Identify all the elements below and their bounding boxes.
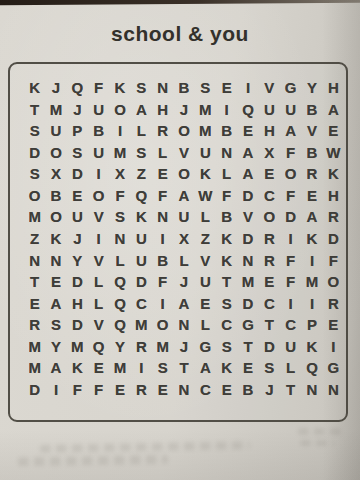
grid-cell-r3c13[interactable]: A	[280, 120, 301, 142]
grid-cell-r11c12[interactable]: C	[259, 292, 280, 314]
grid-cell-r3c3[interactable]: P	[67, 120, 88, 142]
grid-cell-r2c7[interactable]: H	[152, 99, 173, 121]
grid-cell-r11c3[interactable]: H	[67, 292, 88, 314]
grid-cell-r6c8[interactable]: A	[173, 185, 194, 207]
paper-bleed-through	[18, 455, 168, 467]
grid-cell-r5c4[interactable]: I	[88, 163, 109, 185]
grid-cell-r4c7[interactable]: L	[152, 142, 173, 164]
grid-cell-r12c6[interactable]: M	[131, 314, 152, 336]
grid-cell-r2c6[interactable]: A	[131, 99, 152, 121]
grid-cell-r12c9[interactable]: L	[195, 314, 216, 336]
page-title: school & you	[0, 22, 360, 46]
grid-cell-r9c13[interactable]: F	[280, 249, 301, 271]
grid-cell-r14c14[interactable]: Q	[301, 357, 322, 379]
paper-bleed-through	[298, 428, 344, 435]
paper-bleed-through	[300, 440, 334, 446]
grid-cell-r4c12[interactable]: X	[259, 142, 280, 164]
grid-cell-r1c7[interactable]: N	[152, 77, 173, 99]
grid-cell-r12c10[interactable]: C	[216, 314, 237, 336]
grid-cell-r8c15[interactable]: D	[323, 228, 344, 250]
grid-cell-r6c9[interactable]: W	[195, 185, 216, 207]
grid-cell-r9c2[interactable]: N	[45, 249, 66, 271]
grid-cell-r6c5[interactable]: F	[109, 185, 130, 207]
grid-cell-r14c12[interactable]: S	[259, 357, 280, 379]
grid-cell-r5c12[interactable]: E	[259, 163, 280, 185]
grid-cell-r7c2[interactable]: O	[45, 206, 66, 228]
grid-cell-r3c6[interactable]: L	[131, 120, 152, 142]
grid-cell-r4c1[interactable]: D	[24, 142, 45, 164]
grid-cell-r11c4[interactable]: L	[88, 292, 109, 314]
grid-cell-r6c10[interactable]: F	[216, 185, 237, 207]
grid-cell-r6c11[interactable]: D	[237, 185, 258, 207]
grid-cell-r10c1[interactable]: T	[24, 271, 45, 293]
grid-cell-r5c3[interactable]: D	[67, 163, 88, 185]
grid-cell-r13c15[interactable]: I	[323, 335, 344, 357]
grid-cell-r10c9[interactable]: U	[195, 271, 216, 293]
grid-cell-r6c12[interactable]: C	[259, 185, 280, 207]
grid-cell-r13c9[interactable]: G	[195, 335, 216, 357]
grid-cell-r5c8[interactable]: O	[173, 163, 194, 185]
grid-cell-r10c13[interactable]: F	[280, 271, 301, 293]
grid-cell-r14c15[interactable]: G	[323, 357, 344, 379]
grid-cell-r2c5[interactable]: O	[109, 99, 130, 121]
grid-cell-r15c10[interactable]: E	[216, 378, 237, 400]
grid-cell-r12c15[interactable]: E	[323, 314, 344, 336]
grid-cell-r4c3[interactable]: S	[67, 142, 88, 164]
grid-cell-r8c8[interactable]: X	[173, 228, 194, 250]
grid-cell-r8c5[interactable]: N	[109, 228, 130, 250]
grid-cell-r9c11[interactable]: N	[237, 249, 258, 271]
grid-cell-r6c6[interactable]: Q	[131, 185, 152, 207]
grid-cell-r13c11[interactable]: T	[237, 335, 258, 357]
grid-cell-r2c9[interactable]: M	[195, 99, 216, 121]
grid-cell-r7c5[interactable]: S	[109, 206, 130, 228]
grid-cell-r11c10[interactable]: S	[216, 292, 237, 314]
photo-of-puzzle-page: school & you KJQFKSNBSEIVGYHTMJUOAHJMIQU…	[0, 0, 360, 480]
grid-cell-r7c15[interactable]: R	[323, 206, 344, 228]
grid-cell-r1c11[interactable]: I	[237, 77, 258, 99]
grid-cell-r11c2[interactable]: A	[45, 292, 66, 314]
grid-cell-r1c9[interactable]: S	[195, 77, 216, 99]
grid-cell-r2c12[interactable]: U	[259, 99, 280, 121]
word-search-grid: KJQFKSNBSEIVGYHTMJUOAHJMIQUUBASUPBILROMB…	[10, 64, 346, 420]
grid-cell-r1c6[interactable]: S	[131, 77, 152, 99]
grid-cell-r3c8[interactable]: O	[173, 120, 194, 142]
grid-cell-r5c2[interactable]: X	[45, 163, 66, 185]
grid-cell-r8c4[interactable]: I	[88, 228, 109, 250]
grid-cell-r12c8[interactable]: N	[173, 314, 194, 336]
grid-cell-r7c7[interactable]: N	[152, 206, 173, 228]
grid-cell-r3c4[interactable]: B	[88, 120, 109, 142]
grid-cell-r11c8[interactable]: A	[173, 292, 194, 314]
grid-cell-r13c1[interactable]: M	[24, 335, 45, 357]
grid-cell-r2c10[interactable]: I	[216, 99, 237, 121]
grid-cell-r10c2[interactable]: E	[45, 271, 66, 293]
grid-cell-r13c6[interactable]: R	[131, 335, 152, 357]
grid-cell-r9c14[interactable]: I	[301, 249, 322, 271]
grid-cell-r2c1[interactable]: T	[24, 99, 45, 121]
grid-cell-r7c1[interactable]: M	[24, 206, 45, 228]
grid-cell-r2c11[interactable]: Q	[237, 99, 258, 121]
grid-cell-r1c13[interactable]: G	[280, 77, 301, 99]
grid-cell-r1c3[interactable]: Q	[67, 77, 88, 99]
grid-cell-r6c14[interactable]: E	[301, 185, 322, 207]
grid-cell-r5c6[interactable]: Z	[131, 163, 152, 185]
grid-cell-r14c1[interactable]: M	[24, 357, 45, 379]
grid-cell-r13c3[interactable]: M	[67, 335, 88, 357]
grid-cell-r7c3[interactable]: U	[67, 206, 88, 228]
grid-cell-r3c7[interactable]: R	[152, 120, 173, 142]
grid-cell-r15c8[interactable]: N	[173, 378, 194, 400]
grid-cell-r5c13[interactable]: O	[280, 163, 301, 185]
grid-cell-r6c15[interactable]: H	[323, 185, 344, 207]
grid-cell-r13c7[interactable]: M	[152, 335, 173, 357]
grid-cell-r1c15[interactable]: H	[323, 77, 344, 99]
grid-cell-r13c12[interactable]: D	[259, 335, 280, 357]
grid-cell-r3c9[interactable]: M	[195, 120, 216, 142]
grid-cell-r11c5[interactable]: Q	[109, 292, 130, 314]
grid-cell-r8c6[interactable]: U	[131, 228, 152, 250]
grid-cell-r2c4[interactable]: U	[88, 99, 109, 121]
grid-cell-r10c12[interactable]: E	[259, 271, 280, 293]
paper-bleed-through	[40, 441, 250, 453]
grid-cell-r10c5[interactable]: Q	[109, 271, 130, 293]
grid-cell-r11c11[interactable]: D	[237, 292, 258, 314]
grid-cell-r11c1[interactable]: E	[24, 292, 45, 314]
grid-cell-r13c5[interactable]: Y	[109, 335, 130, 357]
grid-cell-r10c4[interactable]: L	[88, 271, 109, 293]
grid-cell-r14c7[interactable]: S	[152, 357, 173, 379]
grid-cell-r3c12[interactable]: H	[259, 120, 280, 142]
grid-cell-r15c7[interactable]: E	[152, 378, 173, 400]
grid-cell-r2c14[interactable]: B	[301, 99, 322, 121]
grid-cell-r6c2[interactable]: B	[45, 185, 66, 207]
grid-cell-r3c1[interactable]: S	[24, 120, 45, 142]
grid-cell-r4c8[interactable]: V	[173, 142, 194, 164]
grid-cell-r6c4[interactable]: O	[88, 185, 109, 207]
grid-cell-r7c12[interactable]: O	[259, 206, 280, 228]
grid-cell-r2c3[interactable]: J	[67, 99, 88, 121]
grid-cell-r4c2[interactable]: O	[45, 142, 66, 164]
grid-cell-r15c6[interactable]: R	[131, 378, 152, 400]
grid-cell-r6c1[interactable]: O	[24, 185, 45, 207]
grid-cell-r4c5[interactable]: M	[109, 142, 130, 164]
grid-cell-r6c7[interactable]: F	[152, 185, 173, 207]
grid-cell-r5c11[interactable]: A	[237, 163, 258, 185]
grid-cell-r7c13[interactable]: D	[280, 206, 301, 228]
grid-cell-r4c14[interactable]: B	[301, 142, 322, 164]
grid-cell-r5c10[interactable]: L	[216, 163, 237, 185]
grid-cell-r9c3[interactable]: Y	[67, 249, 88, 271]
grid-cell-r14c8[interactable]: T	[173, 357, 194, 379]
grid-cell-r13c2[interactable]: Y	[45, 335, 66, 357]
grid-cell-r14c11[interactable]: E	[237, 357, 258, 379]
grid-cell-r14c9[interactable]: A	[195, 357, 216, 379]
grid-cell-r10c6[interactable]: D	[131, 271, 152, 293]
grid-cell-r1c4[interactable]: F	[88, 77, 109, 99]
grid-cell-r12c5[interactable]: Q	[109, 314, 130, 336]
grid-cell-r9c6[interactable]: U	[131, 249, 152, 271]
grid-cell-r10c11[interactable]: M	[237, 271, 258, 293]
grid-cell-r15c15[interactable]: N	[323, 378, 344, 400]
grid-cell-r1c12[interactable]: V	[259, 77, 280, 99]
grid-cell-r5c1[interactable]: S	[24, 163, 45, 185]
grid-cell-r2c15[interactable]: A	[323, 99, 344, 121]
grid-cell-r15c2[interactable]: I	[45, 378, 66, 400]
grid-cell-r14c4[interactable]: E	[88, 357, 109, 379]
grid-cell-r15c13[interactable]: T	[280, 378, 301, 400]
grid-cell-r9c7[interactable]: B	[152, 249, 173, 271]
grid-cell-r7c14[interactable]: A	[301, 206, 322, 228]
grid-cell-r8c14[interactable]: K	[301, 228, 322, 250]
grid-cell-r3c10[interactable]: B	[216, 120, 237, 142]
grid-cell-r11c6[interactable]: C	[131, 292, 152, 314]
grid-cell-r6c3[interactable]: E	[67, 185, 88, 207]
grid-cell-r5c15[interactable]: K	[323, 163, 344, 185]
grid-cell-r14c2[interactable]: A	[45, 357, 66, 379]
grid-cell-r14c10[interactable]: K	[216, 357, 237, 379]
grid-cell-r1c2[interactable]: J	[45, 77, 66, 99]
grid-cell-r8c11[interactable]: D	[237, 228, 258, 250]
grid-cell-r1c8[interactable]: B	[173, 77, 194, 99]
grid-cell-r13c10[interactable]: S	[216, 335, 237, 357]
grid-cell-r4c6[interactable]: S	[131, 142, 152, 164]
grid-cell-r9c15[interactable]: F	[323, 249, 344, 271]
grid-cell-r7c4[interactable]: V	[88, 206, 109, 228]
grid-cell-r12c11[interactable]: G	[237, 314, 258, 336]
grid-cell-r1c5[interactable]: K	[109, 77, 130, 99]
grid-cell-r4c9[interactable]: U	[195, 142, 216, 164]
grid-cell-r9c8[interactable]: L	[173, 249, 194, 271]
grid-cell-r7c6[interactable]: K	[131, 206, 152, 228]
grid-cell-r10c8[interactable]: J	[173, 271, 194, 293]
grid-cell-r15c14[interactable]: N	[301, 378, 322, 400]
grid-cell-r3c11[interactable]: E	[237, 120, 258, 142]
grid-cell-r5c7[interactable]: E	[152, 163, 173, 185]
grid-cell-r15c1[interactable]: D	[24, 378, 45, 400]
grid-cell-r10c7[interactable]: F	[152, 271, 173, 293]
grid-cell-r6c13[interactable]: F	[280, 185, 301, 207]
grid-cell-r4c11[interactable]: A	[237, 142, 258, 164]
grid-cell-r2c8[interactable]: J	[173, 99, 194, 121]
grid-cell-r9c12[interactable]: R	[259, 249, 280, 271]
grid-cell-r14c5[interactable]: M	[109, 357, 130, 379]
grid-cell-r12c2[interactable]: S	[45, 314, 66, 336]
grid-cell-r1c14[interactable]: Y	[301, 77, 322, 99]
grid-cell-r7c10[interactable]: B	[216, 206, 237, 228]
grid-cell-r12c4[interactable]: V	[88, 314, 109, 336]
grid-cell-r11c14[interactable]: I	[301, 292, 322, 314]
grid-cell-r11c9[interactable]: E	[195, 292, 216, 314]
grid-cell-r2c13[interactable]: U	[280, 99, 301, 121]
grid-cell-r13c14[interactable]: K	[301, 335, 322, 357]
grid-cell-r9c4[interactable]: V	[88, 249, 109, 271]
grid-cell-r4c15[interactable]: W	[323, 142, 344, 164]
grid-cell-r10c15[interactable]: O	[323, 271, 344, 293]
grid-cell-r14c13[interactable]: L	[280, 357, 301, 379]
grid-cell-r11c13[interactable]: I	[280, 292, 301, 314]
grid-cell-r13c13[interactable]: U	[280, 335, 301, 357]
grid-cell-r7c11[interactable]: V	[237, 206, 258, 228]
grid-cell-r12c7[interactable]: O	[152, 314, 173, 336]
grid-cell-r9c5[interactable]: L	[109, 249, 130, 271]
grid-cell-r8c2[interactable]: K	[45, 228, 66, 250]
grid-cell-r14c3[interactable]: K	[67, 357, 88, 379]
grid-cell-r9c10[interactable]: K	[216, 249, 237, 271]
grid-cell-r12c3[interactable]: D	[67, 314, 88, 336]
grid-cell-r8c1[interactable]: Z	[24, 228, 45, 250]
grid-cell-r11c7[interactable]: I	[152, 292, 173, 314]
grid-cell-r5c14[interactable]: R	[301, 163, 322, 185]
grid-cell-r13c4[interactable]: Q	[88, 335, 109, 357]
grid-cell-r5c9[interactable]: K	[195, 163, 216, 185]
word-search-board-frame: KJQFKSNBSEIVGYHTMJUOAHJMIQUUBASUPBILROMB…	[8, 62, 348, 422]
grid-cell-r15c3[interactable]: F	[67, 378, 88, 400]
grid-cell-r8c9[interactable]: Z	[195, 228, 216, 250]
grid-cell-r4c13[interactable]: F	[280, 142, 301, 164]
grid-cell-r12c12[interactable]: T	[259, 314, 280, 336]
grid-cell-r15c12[interactable]: J	[259, 378, 280, 400]
grid-cell-r3c5[interactable]: I	[109, 120, 130, 142]
grid-cell-r3c15[interactable]: E	[323, 120, 344, 142]
grid-cell-r11c15[interactable]: R	[323, 292, 344, 314]
grid-cell-r1c1[interactable]: K	[24, 77, 45, 99]
grid-cell-r12c1[interactable]: R	[24, 314, 45, 336]
grid-cell-r8c10[interactable]: K	[216, 228, 237, 250]
grid-cell-r8c7[interactable]: I	[152, 228, 173, 250]
photo-shadow-bottom	[0, 430, 360, 480]
grid-cell-r8c12[interactable]: R	[259, 228, 280, 250]
photo-background-edge	[0, 0, 360, 5]
grid-cell-r15c11[interactable]: B	[237, 378, 258, 400]
grid-cell-r8c13[interactable]: I	[280, 228, 301, 250]
grid-cell-r12c14[interactable]: P	[301, 314, 322, 336]
grid-cell-r3c2[interactable]: U	[45, 120, 66, 142]
grid-cell-r15c9[interactable]: C	[195, 378, 216, 400]
grid-cell-r7c8[interactable]: U	[173, 206, 194, 228]
grid-cell-r13c8[interactable]: J	[173, 335, 194, 357]
grid-cell-r8c3[interactable]: J	[67, 228, 88, 250]
grid-cell-r2c2[interactable]: M	[45, 99, 66, 121]
grid-cell-r7c9[interactable]: L	[195, 206, 216, 228]
grid-cell-r14c6[interactable]: I	[131, 357, 152, 379]
grid-cell-r4c10[interactable]: N	[216, 142, 237, 164]
grid-cell-r15c5[interactable]: E	[109, 378, 130, 400]
grid-cell-r15c4[interactable]: F	[88, 378, 109, 400]
grid-cell-r10c14[interactable]: M	[301, 271, 322, 293]
grid-cell-r4c4[interactable]: U	[88, 142, 109, 164]
grid-cell-r10c3[interactable]: D	[67, 271, 88, 293]
grid-cell-r9c9[interactable]: V	[195, 249, 216, 271]
grid-cell-r1c10[interactable]: E	[216, 77, 237, 99]
grid-cell-r12c13[interactable]: C	[280, 314, 301, 336]
grid-cell-r3c14[interactable]: V	[301, 120, 322, 142]
grid-cell-r9c1[interactable]: N	[24, 249, 45, 271]
grid-cell-r5c5[interactable]: X	[109, 163, 130, 185]
grid-cell-r10c10[interactable]: T	[216, 271, 237, 293]
